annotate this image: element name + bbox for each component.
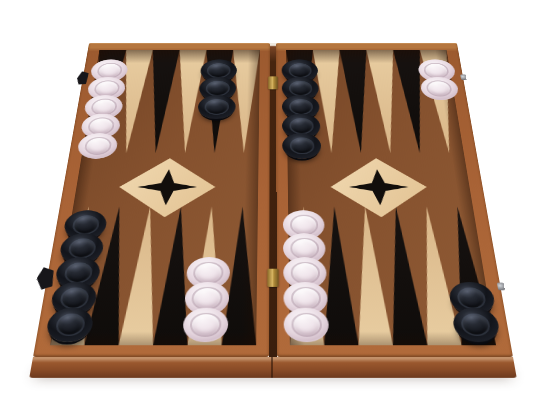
front-wall xyxy=(29,357,516,378)
star-inlay-left xyxy=(135,169,198,205)
product-photo-stage xyxy=(0,0,549,412)
point-bottom-9[interactable] xyxy=(350,207,393,346)
backgammon-board xyxy=(33,43,513,357)
catch-pin-top-right-edge xyxy=(460,74,467,79)
diamond-inlay-left xyxy=(115,158,216,217)
catch-pin-bottom-right-edge xyxy=(497,283,505,291)
diamond-inlay-right xyxy=(329,158,430,217)
star-inlay-right xyxy=(348,169,411,205)
board-scene xyxy=(33,0,513,357)
brass-hinge-top xyxy=(268,76,278,89)
brass-hinge-bottom xyxy=(267,269,278,287)
